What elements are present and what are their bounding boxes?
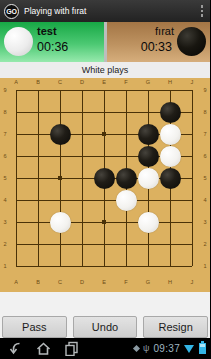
undo-button[interactable]: Undo — [73, 316, 138, 338]
board-cell-G1[interactable] — [137, 255, 159, 277]
board-cell-G4[interactable] — [137, 189, 159, 211]
board-cell-B3[interactable] — [27, 211, 49, 233]
black-stone — [138, 146, 159, 167]
white-stone — [138, 168, 159, 189]
board-cell-A6[interactable] — [5, 145, 27, 167]
board-cell-G3[interactable] — [137, 211, 159, 233]
coord-label: H — [163, 279, 177, 286]
board-cell-D6[interactable] — [71, 145, 93, 167]
board-cell-H3[interactable] — [159, 211, 181, 233]
board-cell-C5[interactable] — [49, 167, 71, 189]
system-bar: ψ 09:37 — [0, 338, 210, 359]
board-cell-D3[interactable] — [71, 211, 93, 233]
status-icons: ψ 09:37 — [134, 343, 206, 354]
board-cell-B2[interactable] — [27, 233, 49, 255]
board-cell-A3[interactable] — [5, 211, 27, 233]
board-cell-J3[interactable] — [181, 211, 203, 233]
board-cell-A2[interactable] — [5, 233, 27, 255]
coord-label: G — [141, 279, 155, 286]
white-stone — [138, 212, 159, 233]
board-cell-H4[interactable] — [159, 189, 181, 211]
nav-buttons — [4, 341, 79, 356]
board-cell-H9[interactable] — [159, 79, 181, 101]
board-cell-A8[interactable] — [5, 101, 27, 123]
back-icon[interactable] — [8, 341, 23, 356]
board-cell-E3[interactable] — [93, 211, 115, 233]
board-cell-E1[interactable] — [93, 255, 115, 277]
board-cell-B7[interactable] — [27, 123, 49, 145]
board-cell-F5[interactable] — [115, 167, 137, 189]
action-bar: GO Playing with fırat — [0, 0, 210, 22]
star-point — [58, 176, 62, 180]
board-cell-A5[interactable] — [5, 167, 27, 189]
board-cell-G6[interactable] — [137, 145, 159, 167]
wifi-icon — [184, 345, 194, 353]
board-cell-J7[interactable] — [181, 123, 203, 145]
home-icon[interactable] — [36, 341, 51, 356]
board-cell-H7[interactable] — [159, 123, 181, 145]
board-cell-J8[interactable] — [181, 101, 203, 123]
board-cell-C7[interactable] — [49, 123, 71, 145]
board-cell-A4[interactable] — [5, 189, 27, 211]
board-cell-G9[interactable] — [137, 79, 159, 101]
coord-label: D — [75, 279, 89, 286]
coord-label: E — [97, 279, 111, 286]
board-cell-A7[interactable] — [5, 123, 27, 145]
board-cell-C8[interactable] — [49, 101, 71, 123]
board-cell-H6[interactable] — [159, 145, 181, 167]
pass-button[interactable]: Pass — [2, 316, 67, 338]
black-stone — [116, 168, 137, 189]
board-cell-G2[interactable] — [137, 233, 159, 255]
star-point — [102, 220, 106, 224]
white-player-panel: test 00:36 — [0, 22, 104, 62]
board-cell-D8[interactable] — [71, 101, 93, 123]
overflow-menu-icon[interactable] — [198, 3, 207, 19]
board-cell-B1[interactable] — [27, 255, 49, 277]
board-cell-C3[interactable] — [49, 211, 71, 233]
go-board-grid[interactable] — [5, 79, 203, 277]
black-stone — [94, 168, 115, 189]
white-stone — [50, 212, 71, 233]
board-cell-B9[interactable] — [27, 79, 49, 101]
board-cell-G5[interactable] — [137, 167, 159, 189]
board-cell-J2[interactable] — [181, 233, 203, 255]
board-cell-B4[interactable] — [27, 189, 49, 211]
system-clock: 09:37 — [153, 343, 180, 354]
board-cell-D5[interactable] — [71, 167, 93, 189]
white-player-name: test — [37, 25, 57, 37]
action-bar-title: Playing with fırat — [24, 6, 198, 16]
board-cell-E6[interactable] — [93, 145, 115, 167]
board-cell-A9[interactable] — [5, 79, 27, 101]
usb-icon: ψ — [143, 344, 149, 353]
board-cell-D1[interactable] — [71, 255, 93, 277]
board-cell-J1[interactable] — [181, 255, 203, 277]
board-cell-F2[interactable] — [115, 233, 137, 255]
board-cell-B6[interactable] — [27, 145, 49, 167]
white-stone — [160, 124, 181, 145]
board-cell-B5[interactable] — [27, 167, 49, 189]
go-board[interactable]: ABCDEFGHJ ABCDEFGHJ 987654321 987654321 — [0, 78, 210, 292]
battery-icon — [199, 343, 206, 354]
coord-label: J — [185, 279, 199, 286]
board-cell-J4[interactable] — [181, 189, 203, 211]
board-cell-J5[interactable] — [181, 167, 203, 189]
board-cell-H2[interactable] — [159, 233, 181, 255]
white-player-clock: 00:36 — [37, 40, 68, 54]
board-cell-C1[interactable] — [49, 255, 71, 277]
white-stone-avatar — [4, 27, 33, 56]
board-cell-F7[interactable] — [115, 123, 137, 145]
board-cell-E8[interactable] — [93, 101, 115, 123]
action-buttons: Pass Undo Resign — [0, 316, 210, 338]
black-stone-avatar — [177, 27, 206, 56]
board-cell-F8[interactable] — [115, 101, 137, 123]
turn-status: White plays — [0, 62, 210, 78]
board-cell-D2[interactable] — [71, 233, 93, 255]
board-cell-F4[interactable] — [115, 189, 137, 211]
board-cell-D9[interactable] — [71, 79, 93, 101]
board-cell-D4[interactable] — [71, 189, 93, 211]
black-stone — [160, 102, 181, 123]
board-cell-C2[interactable] — [49, 233, 71, 255]
board-cell-A1[interactable] — [5, 255, 27, 277]
board-bottom-spacer — [0, 292, 210, 316]
board-cell-H1[interactable] — [159, 255, 181, 277]
board-cell-E2[interactable] — [93, 233, 115, 255]
board-cell-E4[interactable] — [93, 189, 115, 211]
black-player-clock: 00:33 — [141, 40, 172, 54]
board-cell-F9[interactable] — [115, 79, 137, 101]
board-cell-E5[interactable] — [93, 167, 115, 189]
resign-button[interactable]: Resign — [143, 316, 208, 338]
board-cell-C6[interactable] — [49, 145, 71, 167]
coord-label: C — [53, 279, 67, 286]
black-player-panel: fırat 00:33 — [107, 22, 211, 62]
board-cell-F1[interactable] — [115, 255, 137, 277]
black-stone — [138, 124, 159, 145]
board-cell-G8[interactable] — [137, 101, 159, 123]
coord-label: B — [31, 279, 45, 286]
board-cell-E7[interactable] — [93, 123, 115, 145]
board-cell-G7[interactable] — [137, 123, 159, 145]
player-panels: test 00:36 fırat 00:33 — [0, 22, 210, 62]
board-cell-J6[interactable] — [181, 145, 203, 167]
black-stone — [50, 124, 71, 145]
app-screen: GO Playing with fırat test 00:36 fırat 0… — [0, 0, 210, 359]
black-player-name: fırat — [155, 25, 174, 37]
white-stone — [160, 146, 181, 167]
coord-label: F — [119, 279, 133, 286]
board-col-labels-bottom: ABCDEFGHJ — [5, 277, 203, 288]
board-cell-F3[interactable] — [115, 211, 137, 233]
recents-icon[interactable] — [64, 341, 79, 356]
board-cell-H5[interactable] — [159, 167, 181, 189]
board-cell-E9[interactable] — [93, 79, 115, 101]
board-cell-D7[interactable] — [71, 123, 93, 145]
debug-icon — [133, 345, 140, 352]
black-stone — [160, 168, 181, 189]
board-cell-C4[interactable] — [49, 189, 71, 211]
app-logo-icon: GO — [4, 4, 19, 19]
board-cell-H8[interactable] — [159, 101, 181, 123]
coord-label: A — [9, 279, 23, 286]
board-cell-B8[interactable] — [27, 101, 49, 123]
board-cell-F6[interactable] — [115, 145, 137, 167]
white-stone — [116, 190, 137, 211]
star-point — [102, 132, 106, 136]
board-cell-J9[interactable] — [181, 79, 203, 101]
board-cell-C9[interactable] — [49, 79, 71, 101]
